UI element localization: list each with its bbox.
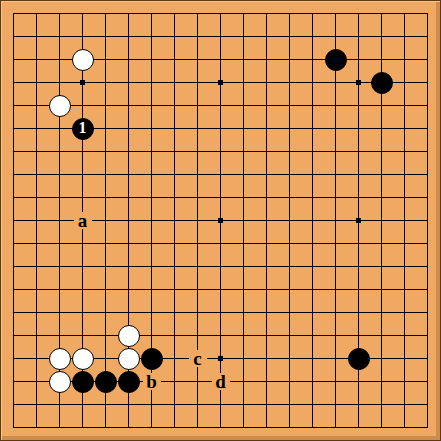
grid-line-horizontal: [13, 266, 428, 267]
grid-line-vertical: [312, 13, 313, 428]
star-point: [356, 80, 361, 85]
black-stone: [141, 348, 163, 370]
point-label-a: a: [74, 212, 92, 229]
star-point: [80, 80, 85, 85]
grid-line-horizontal: [13, 427, 428, 428]
black-stone: 1: [72, 118, 94, 140]
star-point: [218, 80, 223, 85]
star-point: [218, 218, 223, 223]
grid-line-horizontal: [13, 289, 428, 290]
move-number-label: 1: [79, 120, 87, 136]
black-stone: [325, 49, 347, 71]
grid-line-horizontal: [13, 335, 428, 336]
grid-line-vertical: [289, 13, 290, 428]
black-stone: [348, 348, 370, 370]
black-stone: [95, 371, 117, 393]
white-stone: [118, 325, 140, 347]
go-board: abcd1: [0, 0, 441, 441]
grid-line-horizontal: [13, 312, 428, 313]
white-stone: [49, 95, 71, 117]
point-label-c: c: [189, 350, 207, 367]
grid-line-horizontal: [13, 404, 428, 405]
point-label-d: d: [212, 373, 230, 390]
grid-line-vertical: [243, 13, 244, 428]
white-stone: [72, 348, 94, 370]
grid-line-horizontal: [13, 243, 428, 244]
white-stone: [49, 348, 71, 370]
grid-line-vertical: [404, 13, 405, 428]
black-stone: [118, 371, 140, 393]
point-label-b: b: [143, 373, 161, 390]
grid-line-vertical: [427, 13, 428, 428]
grid-line-vertical: [335, 13, 336, 428]
white-stone: [49, 371, 71, 393]
white-stone: [72, 49, 94, 71]
grid-line-vertical: [266, 13, 267, 428]
white-stone: [118, 348, 140, 370]
star-point: [218, 356, 223, 361]
star-point: [356, 218, 361, 223]
go-diagram: abcd1: [0, 0, 441, 441]
black-stone: [371, 72, 393, 94]
black-stone: [72, 371, 94, 393]
